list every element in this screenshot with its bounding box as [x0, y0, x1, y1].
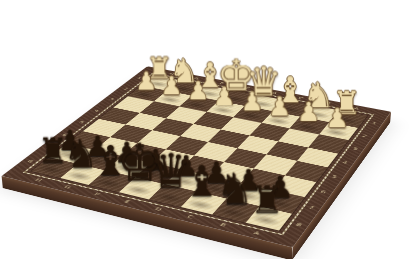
white-pawn[interactable]: ♟: [308, 104, 367, 131]
product-photo-canvas: HGFEDCBA HGFEDCBA 12345678 12345678 ♜♞♝♚…: [0, 0, 420, 259]
black-rook[interactable]: ♜: [233, 180, 302, 219]
chessboard: HGFEDCBA HGFEDCBA 12345678 12345678 ♜♞♝♚…: [2, 66, 391, 247]
